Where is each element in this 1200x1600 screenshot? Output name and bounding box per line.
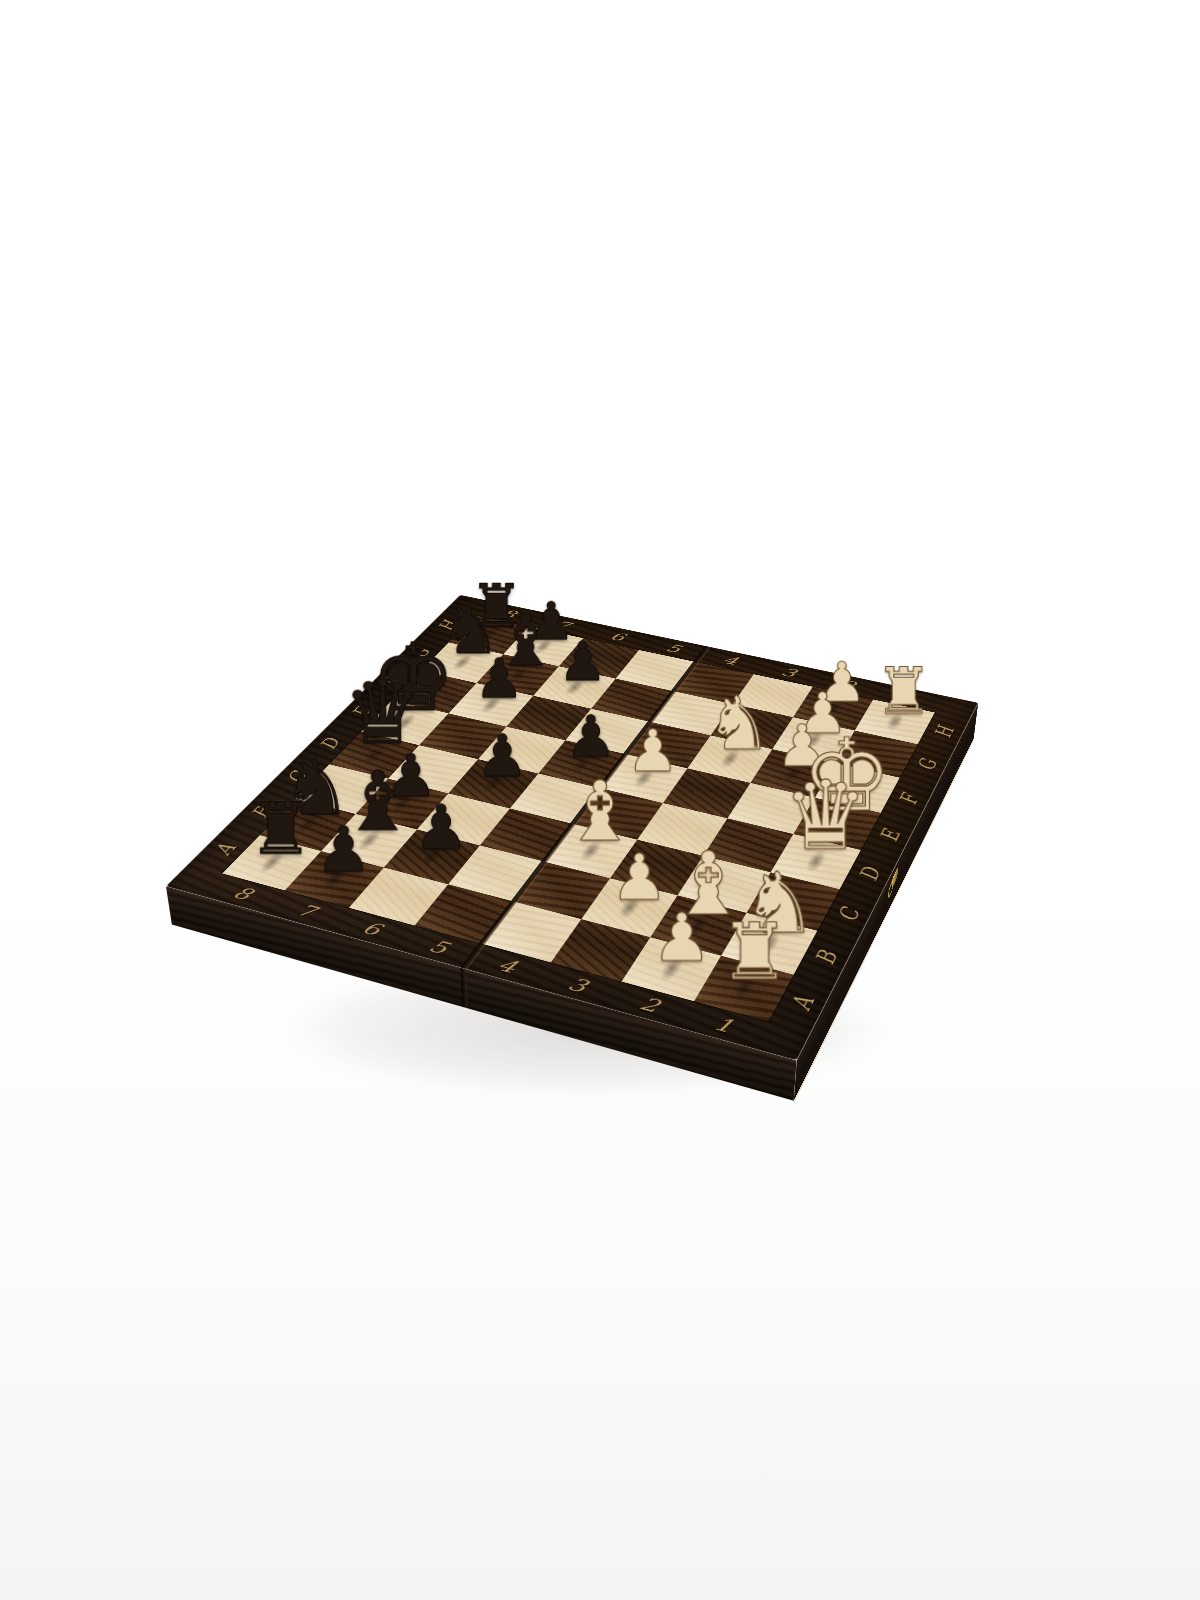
white-rook-glyph: ♜: [679, 913, 831, 991]
wall-fold-seam: [460, 968, 468, 1009]
latch-hook: [891, 865, 898, 889]
black-pawn-glyph: ♟: [273, 819, 414, 881]
folding-chess-box: ABCDEFGH ABCDEFGH 87654321 87654321: [166, 595, 978, 1061]
photo-background: ABCDEFGH ABCDEFGH 87654321 87654321: [0, 0, 1200, 1600]
